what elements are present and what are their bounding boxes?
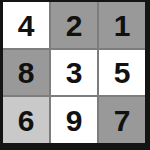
cell-r2c1[interactable]: 9: [51, 97, 97, 143]
cell-r1c0[interactable]: 8: [3, 50, 49, 96]
cell-value: 5: [114, 58, 131, 88]
cell-value: 6: [18, 106, 35, 136]
cell-r1c2[interactable]: 5: [99, 50, 145, 96]
puzzle-board: 421835697: [3, 2, 145, 143]
cell-value: 8: [18, 58, 35, 88]
cell-r1c1[interactable]: 3: [51, 50, 97, 96]
cell-value: 9: [66, 106, 83, 136]
cell-r2c2[interactable]: 7: [99, 97, 145, 143]
cell-value: 4: [18, 11, 35, 41]
cell-r0c2[interactable]: 1: [99, 2, 145, 48]
cell-value: 3: [66, 58, 83, 88]
cell-value: 7: [114, 106, 131, 136]
cell-value: 1: [114, 11, 131, 41]
cell-value: 2: [66, 11, 83, 41]
board-frame: 421835697: [0, 0, 150, 150]
cell-r2c0[interactable]: 6: [3, 97, 49, 143]
cell-r0c1[interactable]: 2: [51, 2, 97, 48]
cell-r0c0[interactable]: 4: [3, 2, 49, 48]
